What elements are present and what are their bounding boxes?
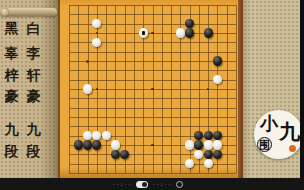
white-stone [92, 38, 101, 47]
timestamp-right: ··:·· [152, 178, 172, 190]
white-player-name: 李轩豪 [25, 43, 42, 108]
white-stone [102, 131, 111, 140]
black-stone [185, 28, 194, 37]
black-stone [213, 150, 222, 159]
white-stone [194, 150, 203, 159]
white-stone [185, 159, 194, 168]
black-player-name: 辜梓豪 [3, 43, 20, 108]
go-board [58, 0, 243, 178]
white-stone [185, 140, 194, 149]
white-stone [92, 19, 101, 28]
black-stone [74, 140, 83, 149]
black-player-rank: 九段 [3, 119, 20, 164]
white-stone [139, 28, 148, 37]
white-stone [213, 75, 222, 84]
white-stone [204, 159, 213, 168]
black-stone [194, 140, 203, 149]
grid-line [227, 5, 228, 173]
black-stone [213, 131, 222, 140]
black-color-label: 黑 [5, 21, 19, 36]
playback-controls[interactable]: ··:·· ··:·· [112, 178, 183, 190]
black-stone [204, 150, 213, 159]
move-marker-dot [86, 60, 89, 63]
black-stone [185, 19, 194, 28]
grid-line [171, 5, 172, 173]
logo-char-2: 九 [279, 118, 300, 146]
white-stone [111, 140, 120, 149]
logo-stone-circle: 小 九 围 [254, 110, 303, 159]
white-stone [204, 140, 213, 149]
player-info-panel: 黑 辜梓豪 九段 白 李轩豪 九段 [0, 0, 58, 178]
grid-line [69, 98, 236, 99]
play-toggle-icon[interactable] [136, 181, 148, 188]
grid-line [162, 5, 163, 173]
white-stone [92, 131, 101, 140]
white-stone [176, 28, 185, 37]
logo-char-3: 围 [257, 137, 272, 152]
settings-ring-icon[interactable] [176, 181, 183, 188]
black-stone [111, 150, 120, 159]
scroll-rod [0, 8, 57, 16]
white-color-label: 白 [27, 21, 41, 36]
last-move-marker [142, 31, 145, 34]
grid-line [236, 5, 237, 173]
timestamp-left: ··:·· [112, 178, 132, 190]
white-player-rank: 九段 [25, 119, 42, 164]
black-player-column: 黑 辜梓豪 九段 [3, 22, 20, 164]
black-stone [92, 140, 101, 149]
black-stone [204, 131, 213, 140]
video-thumbnail: 黑 辜梓豪 九段 白 李轩豪 九段 小 九 围 ··:·· ··:·· [0, 0, 304, 190]
black-stone [120, 150, 129, 159]
branding-panel: 小 九 围 [243, 0, 304, 178]
white-stone [83, 131, 92, 140]
black-stone [194, 131, 203, 140]
logo-orange-dot [289, 145, 296, 152]
white-stone [213, 140, 222, 149]
black-stone [83, 140, 92, 149]
white-stone [83, 84, 92, 93]
frame-right-edge [300, 0, 304, 190]
black-stone [213, 56, 222, 65]
grid-line [69, 173, 236, 174]
logo-char-1: 小 [260, 112, 278, 136]
grid-line [69, 117, 236, 118]
black-stone [204, 28, 213, 37]
white-player-column: 白 李轩豪 九段 [25, 22, 42, 164]
video-progress-bar[interactable]: ··:·· ··:·· [0, 178, 304, 190]
grid-line [69, 126, 236, 127]
grid-line [69, 108, 236, 109]
